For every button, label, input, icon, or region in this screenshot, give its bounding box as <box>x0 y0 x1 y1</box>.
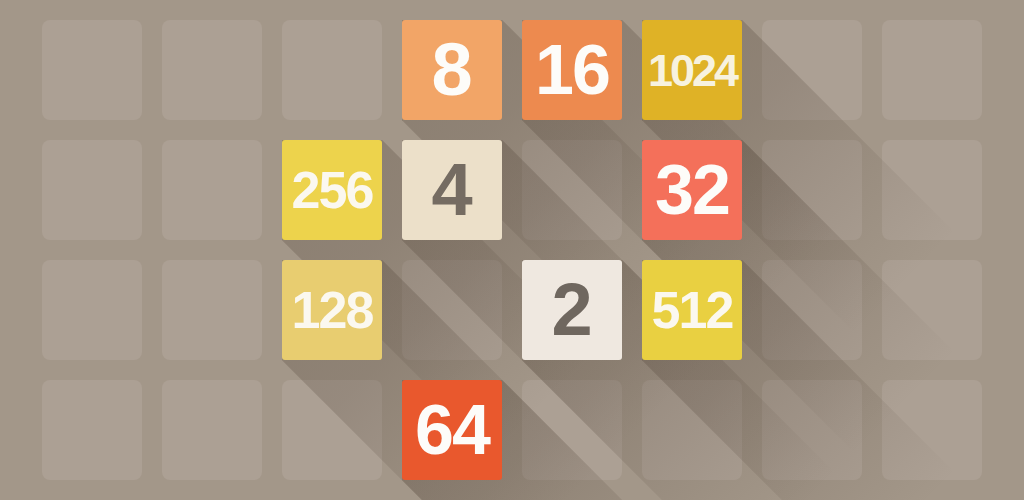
tile-8: 8 <box>402 20 502 120</box>
tile-16: 16 <box>522 20 622 120</box>
board-2048[interactable]: 8161024256432128251264 <box>0 0 1024 500</box>
tile-4: 4 <box>402 140 502 240</box>
tile-1024: 1024 <box>642 20 742 120</box>
tile-64: 64 <box>402 380 502 480</box>
tile-32: 32 <box>642 140 742 240</box>
tile-128: 128 <box>282 260 382 360</box>
tile-256: 256 <box>282 140 382 240</box>
tile-2: 2 <box>522 260 622 360</box>
tiles-layer: 8161024256432128251264 <box>0 0 1024 500</box>
tile-512: 512 <box>642 260 742 360</box>
